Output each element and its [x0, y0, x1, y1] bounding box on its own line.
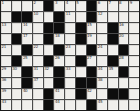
cell-r6c1[interactable]: 30 [12, 67, 22, 77]
cell-r0c2[interactable] [22, 1, 32, 11]
black-cell-r5c1 [12, 56, 22, 66]
clue-number: 20 [119, 34, 124, 38]
cell-r7c9[interactable]: 38 [97, 78, 107, 88]
clue-number: 1 [2, 1, 4, 5]
clue-number: 33 [66, 67, 71, 71]
clue-number: 22 [34, 45, 39, 49]
black-cell-r0c4 [44, 1, 54, 11]
cell-r5c12[interactable] [129, 56, 139, 66]
cell-r6c9[interactable]: 34 [97, 67, 107, 77]
clue-number: 27 [87, 56, 92, 60]
black-cell-r4c8 [87, 45, 97, 55]
clue-number: 25 [23, 56, 28, 60]
cell-r3c2[interactable]: 17 [22, 34, 32, 44]
cell-r9c0[interactable]: 43 [1, 100, 11, 110]
clue-number: 2 [34, 1, 36, 5]
cell-r9c7[interactable] [76, 100, 86, 110]
cell-r0c12[interactable]: 9 [129, 1, 139, 11]
clue-number: 15 [87, 23, 92, 27]
cell-r5c11[interactable]: 28 [119, 56, 129, 66]
black-cell-r1c8 [87, 12, 97, 22]
cell-r0c11[interactable]: 8 [119, 1, 129, 11]
cell-r5c6[interactable] [65, 56, 75, 66]
cell-r7c6[interactable] [65, 78, 75, 88]
clue-number: 40 [23, 89, 28, 93]
clue-number: 18 [55, 34, 60, 38]
cell-r1c11[interactable] [119, 12, 129, 22]
cell-r8c5[interactable]: 41 [54, 89, 64, 99]
cell-r8c6[interactable] [65, 89, 75, 99]
clue-number: 12 [98, 12, 103, 16]
cell-r3c9[interactable] [97, 34, 107, 44]
clue-number: 19 [87, 34, 92, 38]
clue-number: 7 [108, 1, 110, 5]
cell-r7c12[interactable] [129, 78, 139, 88]
black-cell-r9c4 [44, 100, 54, 110]
cell-r8c3[interactable] [33, 89, 43, 99]
cell-r4c6[interactable]: 23 [65, 45, 75, 55]
clue-number: 3 [55, 1, 57, 5]
black-cell-r7c8 [87, 78, 97, 88]
clue-number: 16 [119, 23, 124, 27]
black-cell-r7c2 [22, 78, 32, 88]
cell-r2c9[interactable] [97, 23, 107, 33]
clue-number: 35 [108, 67, 113, 71]
cell-r9c2[interactable] [22, 100, 32, 110]
cell-r2c0[interactable]: 13 [1, 23, 11, 33]
clue-number: 31 [34, 67, 39, 71]
cell-r0c0[interactable]: 1 [1, 1, 11, 11]
clue-number: 9 [130, 1, 132, 5]
cell-r4c9[interactable]: 24 [97, 45, 107, 55]
black-cell-r5c7 [76, 56, 86, 66]
cell-r4c0[interactable]: 21 [1, 45, 11, 55]
cell-r3c6[interactable] [65, 34, 75, 44]
cell-r9c1[interactable] [12, 100, 22, 110]
cell-r3c5[interactable]: 18 [54, 34, 64, 44]
cell-r0c10[interactable]: 7 [108, 1, 118, 11]
cell-r0c1[interactable] [12, 1, 22, 11]
clue-number: 14 [23, 23, 28, 27]
cell-r9c5[interactable]: 44 [54, 100, 64, 110]
cell-r3c3[interactable] [33, 34, 43, 44]
cell-r5c5[interactable]: 26 [54, 56, 64, 66]
clue-number: 30 [12, 67, 17, 71]
clue-number: 44 [55, 100, 60, 104]
clue-number: 26 [55, 56, 60, 60]
cell-r9c10[interactable] [108, 100, 118, 110]
cell-r6c7[interactable] [76, 67, 86, 77]
clue-number: 17 [23, 34, 28, 38]
cell-r1c0[interactable] [1, 12, 11, 22]
cell-r9c12[interactable] [129, 100, 139, 110]
cell-r7c3[interactable]: 37 [33, 78, 43, 88]
cell-r8c0[interactable]: 39 [1, 89, 11, 99]
cell-r9c9[interactable]: 45 [97, 100, 107, 110]
cell-r9c11[interactable] [119, 100, 129, 110]
clue-number: 13 [2, 23, 7, 27]
cell-r3c8[interactable]: 19 [87, 34, 97, 44]
cell-r2c2[interactable]: 14 [22, 23, 32, 33]
clue-number: 42 [87, 89, 92, 93]
cell-r4c3[interactable]: 22 [33, 45, 43, 55]
clue-number: 10 [34, 12, 39, 16]
cell-r8c12[interactable] [129, 89, 139, 99]
cell-r8c9[interactable] [97, 89, 107, 99]
black-cell-r8c10 [108, 89, 118, 99]
cell-r0c3[interactable]: 2 [33, 1, 43, 11]
cell-r8c2[interactable]: 40 [22, 89, 32, 99]
cell-r0c6[interactable]: 4 [65, 1, 75, 11]
cell-r3c12[interactable] [129, 34, 139, 44]
cell-r7c0[interactable]: 36 [1, 78, 11, 88]
cell-r2c11[interactable]: 16 [119, 23, 129, 33]
black-cell-r1c1 [12, 12, 22, 22]
cell-r9c3[interactable] [33, 100, 43, 110]
black-cell-r3c1 [12, 34, 22, 44]
cell-r6c6[interactable]: 33 [65, 67, 75, 77]
cell-r8c8[interactable]: 42 [87, 89, 97, 99]
cell-r7c4[interactable] [44, 78, 54, 88]
cell-r0c9[interactable]: 6 [97, 1, 107, 11]
cell-r6c0[interactable]: 29 [1, 67, 11, 77]
clue-number: 41 [55, 89, 60, 93]
black-cell-r4c2 [22, 45, 32, 55]
cell-r1c12[interactable] [129, 12, 139, 22]
black-cell-r2c10 [108, 23, 118, 33]
cell-r7c1[interactable] [12, 78, 22, 88]
cell-r5c2[interactable]: 25 [22, 56, 32, 66]
cell-r4c12[interactable] [129, 45, 139, 55]
black-cell-r1c2 [22, 12, 32, 22]
cell-r2c1[interactable] [12, 23, 22, 33]
black-cell-r3c4 [44, 34, 54, 44]
clue-number: 24 [98, 45, 103, 49]
clue-number: 23 [66, 45, 71, 49]
cell-r1c6[interactable]: 11 [65, 12, 75, 22]
clue-number: 32 [44, 67, 49, 71]
clue-number: 6 [98, 1, 100, 5]
cell-r5c0[interactable] [1, 56, 11, 66]
cell-r5c9[interactable] [97, 56, 107, 66]
cell-r3c11[interactable]: 20 [119, 34, 129, 44]
cell-r6c3[interactable]: 31 [33, 67, 43, 77]
cell-r0c7[interactable]: 5 [76, 1, 86, 11]
clue-number: 29 [2, 67, 7, 71]
black-cell-r0c8 [87, 1, 97, 11]
cell-r1c7[interactable] [76, 12, 86, 22]
clue-number: 11 [66, 12, 71, 16]
black-cell-r6c11 [119, 67, 129, 77]
clue-number: 45 [98, 100, 103, 104]
black-cell-r9c8 [87, 100, 97, 110]
cell-r2c3[interactable] [33, 23, 43, 33]
cell-r7c10[interactable] [108, 78, 118, 88]
clue-number: 36 [2, 78, 7, 82]
cell-r1c10[interactable] [108, 12, 118, 22]
black-cell-r1c5 [54, 12, 64, 22]
cell-r4c4[interactable] [44, 45, 54, 55]
clue-number: 37 [34, 78, 39, 82]
black-cell-r8c11 [119, 89, 129, 99]
cell-r2c8[interactable]: 15 [87, 23, 97, 33]
black-cell-r2c7 [76, 23, 86, 33]
black-cell-r8c4 [44, 89, 54, 99]
cell-r9c6[interactable] [65, 100, 75, 110]
black-cell-r3c10 [108, 34, 118, 44]
cell-r8c1[interactable] [12, 89, 22, 99]
clue-number: 8 [119, 1, 121, 5]
black-cell-r4c11 [119, 45, 129, 55]
cell-r5c8[interactable]: 27 [87, 56, 97, 66]
cell-r2c12[interactable] [129, 23, 139, 33]
black-cell-r3c7 [76, 34, 86, 44]
cell-r1c9[interactable]: 12 [97, 12, 107, 22]
black-cell-r6c2 [22, 67, 32, 77]
crossword-board: 1234567891011121314151617181920212223242… [0, 0, 140, 111]
clue-number: 39 [2, 89, 7, 93]
cell-r4c1[interactable] [12, 45, 22, 55]
black-cell-r7c7 [76, 78, 86, 88]
clue-number: 34 [98, 67, 103, 71]
clue-number: 4 [66, 1, 68, 5]
clue-number: 28 [119, 56, 124, 60]
black-cell-r5c10 [108, 56, 118, 66]
black-cell-r4c5 [54, 45, 64, 55]
black-cell-r2c5 [54, 23, 64, 33]
black-cell-r2c4 [44, 23, 54, 33]
cell-r6c4[interactable]: 32 [44, 67, 54, 77]
black-cell-r6c8 [87, 67, 97, 77]
black-cell-r6c5 [54, 67, 64, 77]
cell-r6c10[interactable]: 35 [108, 67, 118, 77]
black-cell-r7c5 [54, 78, 64, 88]
black-cell-r8c7 [76, 89, 86, 99]
clue-number: 21 [2, 45, 7, 49]
cell-r5c3[interactable] [33, 56, 43, 66]
clue-number: 43 [2, 100, 7, 104]
cell-r4c10[interactable] [108, 45, 118, 55]
cell-r7c11[interactable] [119, 78, 129, 88]
cell-r1c4[interactable] [44, 12, 54, 22]
cell-r0c5[interactable]: 3 [54, 1, 64, 11]
clue-number: 5 [76, 1, 78, 5]
clue-number: 38 [98, 78, 103, 82]
cell-r4c7[interactable] [76, 45, 86, 55]
crossword-grid: 1234567891011121314151617181920212223242… [0, 0, 140, 111]
cell-r2c6[interactable] [65, 23, 75, 33]
cell-r1c3[interactable]: 10 [33, 12, 43, 22]
cell-r3c0[interactable] [1, 34, 11, 44]
black-cell-r5c4 [44, 56, 54, 66]
cell-r6c12[interactable] [129, 67, 139, 77]
